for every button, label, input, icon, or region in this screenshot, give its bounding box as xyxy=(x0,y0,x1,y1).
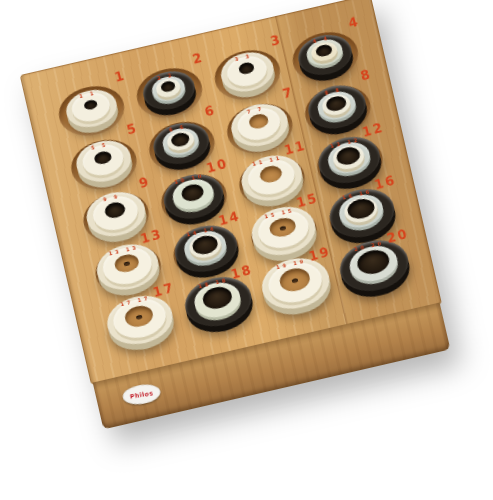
brand-logo-text: Philos xyxy=(129,389,153,400)
well-number-label: 1 xyxy=(113,67,128,84)
board: 1 1 1 2 2 2 3 3 3 4 4 4 5 5 5 6 6 6 7 7 … xyxy=(20,0,453,430)
well-number-label: 4 xyxy=(347,13,362,30)
recess-peg-hole xyxy=(136,315,143,320)
recess-peg-hole xyxy=(124,262,131,267)
well-number-label: 3 xyxy=(269,31,284,48)
brand-logo: Philos xyxy=(121,382,162,407)
recess-peg-hole xyxy=(279,226,286,231)
well-number-label: 2 xyxy=(191,49,206,66)
recess-peg-hole xyxy=(292,279,299,284)
product-photo-scene: 1 1 1 2 2 2 3 3 3 4 4 4 5 5 5 6 6 6 7 7 … xyxy=(0,0,493,500)
wells-grid: 1 1 1 2 2 2 3 3 3 4 4 4 5 5 5 6 6 6 7 7 … xyxy=(47,22,420,359)
